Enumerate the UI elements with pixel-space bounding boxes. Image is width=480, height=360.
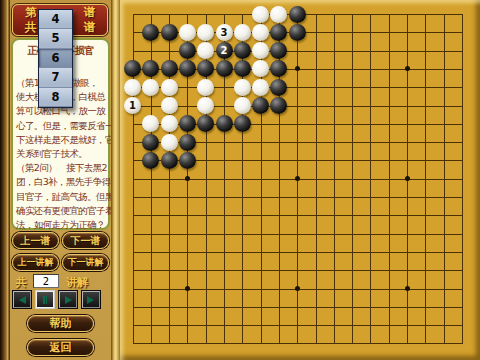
grid-line-vertical	[334, 14, 335, 344]
commentary-line: 确实还有更便宜的官子着	[16, 204, 109, 218]
help-button[interactable]: 帮助	[27, 315, 94, 332]
white-stone	[161, 134, 178, 151]
grid-line-horizontal	[133, 215, 463, 216]
grid-line-vertical	[444, 14, 445, 344]
skip-start-arrow-icon	[19, 296, 26, 304]
star-point	[185, 286, 190, 291]
move-number-label: 3	[216, 24, 233, 41]
move-number-label: 1	[124, 97, 141, 114]
grid-line-horizontal	[133, 307, 463, 308]
black-stone	[161, 152, 178, 169]
white-stone	[197, 24, 214, 41]
play-icon	[65, 296, 72, 304]
white-stone	[234, 24, 251, 41]
black-stone	[179, 152, 196, 169]
counter-suffix-label: 讲解	[66, 275, 88, 290]
white-stone	[161, 115, 178, 132]
black-stone	[252, 97, 269, 114]
chapter-label-left: 第	[25, 5, 37, 20]
white-stone	[197, 79, 214, 96]
skip-to-start-button[interactable]	[13, 291, 31, 308]
grid-line-horizontal	[133, 325, 463, 326]
dropdown-item-5[interactable]: 5	[39, 29, 72, 48]
star-point	[185, 176, 190, 181]
go-board[interactable]: 321	[120, 0, 480, 360]
black-stone	[197, 115, 214, 132]
white-stone	[197, 42, 214, 59]
dropdown-item-4[interactable]: 4	[39, 10, 72, 29]
grid-line-horizontal	[133, 234, 463, 235]
play-button[interactable]	[59, 291, 77, 308]
chapter-label-right: 谱	[84, 5, 96, 20]
black-stone	[234, 42, 251, 59]
commentary-line: 团，白3补，黑先手争得1	[16, 175, 109, 189]
prev-record-button[interactable]: 上一谱	[12, 232, 59, 249]
black-stone	[270, 42, 287, 59]
go-study-app: 第 谱 共 谱 45678 正确收官不损官 （第1问）白1做眼，使大棋安定了，白…	[0, 0, 480, 360]
star-point	[405, 66, 410, 71]
black-stone	[234, 60, 251, 77]
grid-line-horizontal	[133, 252, 463, 253]
white-stone	[179, 24, 196, 41]
white-stone	[252, 6, 269, 23]
black-stone	[270, 24, 287, 41]
white-stone	[197, 97, 214, 114]
black-stone	[270, 97, 287, 114]
star-point	[295, 66, 300, 71]
counter-prefix-label: 共	[16, 275, 27, 290]
commentary-line: 关系到官子技术。	[16, 147, 109, 161]
skip-end-arrow-icon	[87, 296, 94, 304]
black-stone	[216, 115, 233, 132]
commentary-line: （第2问） 接下去黑2	[16, 161, 109, 175]
dropdown-item-7[interactable]: 7	[39, 68, 72, 87]
white-stone	[252, 60, 269, 77]
grid-line-vertical	[352, 14, 353, 344]
commentary-line: 目官子，趾高气扬。但黑	[16, 190, 109, 204]
black-stone	[289, 24, 306, 41]
skip-to-end-button[interactable]	[82, 291, 100, 308]
black-stone	[179, 60, 196, 77]
total-label-right: 谱	[84, 20, 96, 35]
white-stone	[252, 42, 269, 59]
prev-comment-button[interactable]: 上一讲解	[12, 254, 59, 271]
white-stone-move-3: 3	[216, 24, 233, 41]
grid-line-vertical	[462, 14, 463, 344]
white-stone	[161, 79, 178, 96]
grid-line-vertical	[316, 14, 317, 344]
back-button[interactable]: 返回	[27, 339, 94, 356]
left-panel: 第 谱 共 谱 45678 正确收官不损官 （第1问）白1做眼，使大棋安定了，白…	[0, 0, 120, 360]
total-label-left: 共	[25, 20, 37, 35]
black-stone	[142, 134, 159, 151]
grid-line-horizontal	[133, 270, 463, 271]
star-point	[295, 176, 300, 181]
black-stone-move-2: 2	[216, 42, 233, 59]
black-stone	[142, 60, 159, 77]
grid-line-vertical	[389, 14, 390, 344]
black-stone	[179, 115, 196, 132]
pause-icon	[43, 296, 45, 304]
black-stone	[161, 60, 178, 77]
black-stone	[161, 24, 178, 41]
star-point	[295, 286, 300, 291]
black-stone	[270, 79, 287, 96]
black-stone	[142, 152, 159, 169]
pause-button[interactable]	[36, 291, 54, 308]
white-stone	[270, 6, 287, 23]
grid-line-horizontal	[133, 197, 463, 198]
black-stone	[179, 42, 196, 59]
white-stone	[142, 115, 159, 132]
grid-line-vertical	[425, 14, 426, 344]
chapter-dropdown[interactable]: 45678	[38, 9, 73, 108]
black-stone	[216, 60, 233, 77]
next-comment-button[interactable]: 下一讲解	[62, 254, 109, 271]
move-number-label: 2	[216, 42, 233, 59]
black-stone	[197, 60, 214, 77]
white-stone-move-1: 1	[124, 97, 141, 114]
star-point	[405, 286, 410, 291]
commentary-line: 下这样走是不是就好，它	[16, 133, 109, 147]
white-stone	[252, 24, 269, 41]
white-stone	[252, 79, 269, 96]
black-stone	[289, 6, 306, 23]
comment-count-input[interactable]	[33, 274, 59, 288]
black-stone	[142, 24, 159, 41]
white-stone	[161, 97, 178, 114]
white-stone	[234, 79, 251, 96]
white-stone	[234, 97, 251, 114]
frame-ornament-right	[111, 0, 120, 360]
commentary-line: 法，如何走方为正确？	[16, 218, 109, 232]
white-stone	[142, 79, 159, 96]
frame-ornament-left	[0, 0, 10, 360]
black-stone	[124, 60, 141, 77]
grid-line-horizontal	[133, 343, 463, 344]
dropdown-item-8[interactable]: 8	[39, 88, 72, 107]
grid-line-vertical	[370, 14, 371, 344]
black-stone	[179, 134, 196, 151]
star-point	[405, 176, 410, 181]
white-stone	[124, 79, 141, 96]
pause-icon	[46, 296, 48, 304]
commentary-line: 心了。但是，需要反省一	[16, 119, 109, 133]
dropdown-item-6[interactable]: 6	[39, 49, 72, 68]
next-record-button[interactable]: 下一谱	[62, 232, 109, 249]
black-stone	[270, 60, 287, 77]
black-stone	[234, 115, 251, 132]
